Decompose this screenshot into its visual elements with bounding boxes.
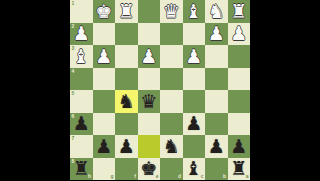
square-a6[interactable] <box>228 113 251 136</box>
piece-black-rook-a8[interactable]: ♜ <box>228 158 251 181</box>
square-c5[interactable] <box>183 90 206 113</box>
square-b5[interactable] <box>205 90 228 113</box>
square-h6[interactable]: 6♟ <box>70 113 93 136</box>
piece-black-pawn-g7[interactable]: ♟ <box>93 135 116 158</box>
square-d8[interactable]: d <box>160 158 183 181</box>
chess-board: 1♚♜♛♝♞♜2♟♟♟3♝♟♟♟45♞♛6♟♟7♟♟♞♟♟8h♜gfe♚dc♝b… <box>70 0 250 180</box>
piece-black-knight-f5[interactable]: ♞ <box>115 90 138 113</box>
piece-black-rook-h8[interactable]: ♜ <box>70 158 93 181</box>
square-b4[interactable] <box>205 68 228 91</box>
square-a3[interactable] <box>228 45 251 68</box>
piece-white-king-g1[interactable]: ♚ <box>93 0 116 23</box>
square-c1[interactable]: ♝ <box>183 0 206 23</box>
square-h8[interactable]: 8h♜ <box>70 158 93 181</box>
square-h3[interactable]: 3♝ <box>70 45 93 68</box>
square-h2[interactable]: 2♟ <box>70 23 93 46</box>
square-c6[interactable]: ♟ <box>183 113 206 136</box>
piece-black-pawn-h6[interactable]: ♟ <box>70 113 93 136</box>
piece-white-bishop-c1[interactable]: ♝ <box>183 0 206 23</box>
square-a1[interactable]: ♜ <box>228 0 251 23</box>
square-a7[interactable]: ♟ <box>228 135 251 158</box>
square-e3[interactable]: ♟ <box>138 45 161 68</box>
square-h4[interactable]: 4 <box>70 68 93 91</box>
piece-black-bishop-c8[interactable]: ♝ <box>183 158 206 181</box>
square-e2[interactable] <box>138 23 161 46</box>
square-e5[interactable]: ♛ <box>138 90 161 113</box>
square-g8[interactable]: g <box>93 158 116 181</box>
piece-white-pawn-b2[interactable]: ♟ <box>205 23 228 46</box>
square-c7[interactable] <box>183 135 206 158</box>
square-f8[interactable]: f <box>115 158 138 181</box>
piece-white-bishop-h3[interactable]: ♝ <box>70 45 93 68</box>
square-g1[interactable]: ♚ <box>93 0 116 23</box>
piece-white-pawn-h2[interactable]: ♟ <box>70 23 93 46</box>
square-e4[interactable] <box>138 68 161 91</box>
square-g2[interactable] <box>93 23 116 46</box>
square-d1[interactable]: ♛ <box>160 0 183 23</box>
letterbox-right <box>250 0 320 180</box>
file-label-d: d <box>178 174 181 179</box>
square-e7[interactable] <box>138 135 161 158</box>
rank-label-7: 7 <box>72 136 75 141</box>
piece-white-queen-d1[interactable]: ♛ <box>160 0 183 23</box>
square-b8[interactable]: b <box>205 158 228 181</box>
file-label-g: g <box>110 174 113 179</box>
piece-white-rook-a1[interactable]: ♜ <box>228 0 251 23</box>
square-a5[interactable] <box>228 90 251 113</box>
square-b6[interactable] <box>205 113 228 136</box>
square-g3[interactable]: ♟ <box>93 45 116 68</box>
square-f7[interactable]: ♟ <box>115 135 138 158</box>
square-f4[interactable] <box>115 68 138 91</box>
square-a4[interactable] <box>228 68 251 91</box>
video-frame: 1♚♜♛♝♞♜2♟♟♟3♝♟♟♟45♞♛6♟♟7♟♟♞♟♟8h♜gfe♚dc♝b… <box>0 0 320 180</box>
rank-label-5: 5 <box>72 91 75 96</box>
square-e6[interactable] <box>138 113 161 136</box>
square-d5[interactable] <box>160 90 183 113</box>
piece-black-king-e8[interactable]: ♚ <box>138 158 161 181</box>
piece-black-queen-e5[interactable]: ♛ <box>138 90 161 113</box>
rank-label-4: 4 <box>72 69 75 74</box>
square-c2[interactable] <box>183 23 206 46</box>
square-h5[interactable]: 5 <box>70 90 93 113</box>
file-label-b: b <box>223 174 226 179</box>
square-g5[interactable] <box>93 90 116 113</box>
piece-black-pawn-c6[interactable]: ♟ <box>183 113 206 136</box>
square-e1[interactable] <box>138 0 161 23</box>
piece-black-pawn-b7[interactable]: ♟ <box>205 135 228 158</box>
piece-black-pawn-a7[interactable]: ♟ <box>228 135 251 158</box>
square-g7[interactable]: ♟ <box>93 135 116 158</box>
square-f3[interactable] <box>115 45 138 68</box>
square-d3[interactable] <box>160 45 183 68</box>
square-d4[interactable] <box>160 68 183 91</box>
piece-white-pawn-a2[interactable]: ♟ <box>228 23 251 46</box>
rank-label-1: 1 <box>72 1 75 6</box>
square-c8[interactable]: c♝ <box>183 158 206 181</box>
square-e8[interactable]: e♚ <box>138 158 161 181</box>
square-g4[interactable] <box>93 68 116 91</box>
square-d7[interactable]: ♞ <box>160 135 183 158</box>
piece-white-rook-f1[interactable]: ♜ <box>115 0 138 23</box>
square-g6[interactable] <box>93 113 116 136</box>
file-label-f: f <box>134 174 136 179</box>
square-a8[interactable]: a♜ <box>228 158 251 181</box>
piece-white-pawn-e3[interactable]: ♟ <box>138 45 161 68</box>
square-h1[interactable]: 1 <box>70 0 93 23</box>
square-f1[interactable]: ♜ <box>115 0 138 23</box>
square-f5[interactable]: ♞ <box>115 90 138 113</box>
square-a2[interactable]: ♟ <box>228 23 251 46</box>
square-f2[interactable] <box>115 23 138 46</box>
letterbox-left <box>0 0 70 180</box>
square-f6[interactable] <box>115 113 138 136</box>
piece-white-pawn-c3[interactable]: ♟ <box>183 45 206 68</box>
piece-black-pawn-f7[interactable]: ♟ <box>115 135 138 158</box>
piece-white-pawn-g3[interactable]: ♟ <box>93 45 116 68</box>
piece-white-knight-b1[interactable]: ♞ <box>205 0 228 23</box>
square-d6[interactable] <box>160 113 183 136</box>
square-b1[interactable]: ♞ <box>205 0 228 23</box>
piece-black-knight-d7[interactable]: ♞ <box>160 135 183 158</box>
square-b2[interactable]: ♟ <box>205 23 228 46</box>
square-b7[interactable]: ♟ <box>205 135 228 158</box>
square-c3[interactable]: ♟ <box>183 45 206 68</box>
square-c4[interactable] <box>183 68 206 91</box>
square-h7[interactable]: 7 <box>70 135 93 158</box>
square-b3[interactable] <box>205 45 228 68</box>
square-d2[interactable] <box>160 23 183 46</box>
